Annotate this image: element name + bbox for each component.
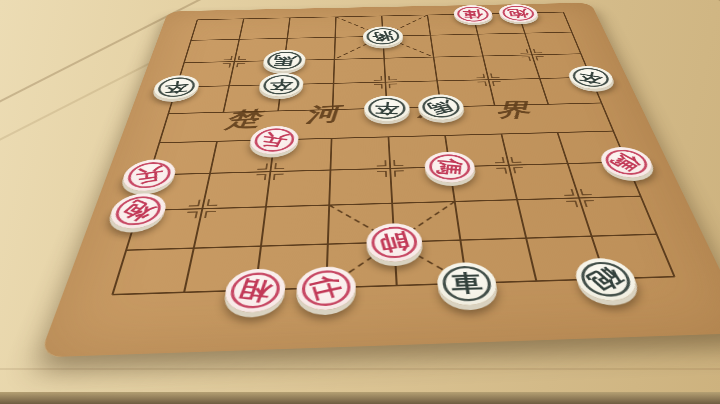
black-general-e1[interactable]: 將 <box>363 26 404 47</box>
black-soldier-a3[interactable]: 卒 <box>150 75 201 100</box>
piece-glyph: 卒 <box>164 80 190 94</box>
black-soldier-c3[interactable]: 卒 <box>258 73 305 98</box>
piece-glyph: 砲 <box>583 264 628 295</box>
wood-plank-seam <box>0 368 720 370</box>
red-horse-f6[interactable]: 傌 <box>423 151 477 183</box>
xiangqi-board: 楚 河 漢 界 俥炮將馬卒卒卒卒馬兵兵傌傌炮帥仕相車砲 <box>39 3 720 358</box>
black-soldier-e4[interactable]: 卒 <box>364 95 411 122</box>
piece-glyph: 帥 <box>377 230 412 254</box>
red-horse-i6[interactable]: 傌 <box>596 147 658 179</box>
table-edge <box>0 392 720 404</box>
red-chariot-g0[interactable]: 俥 <box>452 5 494 24</box>
piece-glyph: 仕 <box>307 274 345 303</box>
piece-glyph: 相 <box>236 277 275 303</box>
black-soldier-i3[interactable]: 卒 <box>565 66 617 90</box>
piece-glyph: 馬 <box>272 54 298 66</box>
red-soldier-c5[interactable]: 兵 <box>248 125 299 155</box>
piece-glyph: 卒 <box>578 70 604 85</box>
red-elephant-c9[interactable]: 相 <box>222 268 287 313</box>
wood-plank-seam <box>619 0 720 63</box>
piece-glyph: 炮 <box>507 8 530 18</box>
piece-glyph: 傌 <box>435 158 464 177</box>
red-cannon-a7[interactable]: 炮 <box>105 193 169 230</box>
piece-glyph: 傌 <box>607 151 645 174</box>
board-intersections[interactable]: 俥炮將馬卒卒卒卒馬兵兵傌傌炮帥仕相車砲 <box>68 2 720 320</box>
red-advisor-d9[interactable]: 仕 <box>295 266 356 311</box>
piece-glyph: 卒 <box>269 78 294 91</box>
piece-glyph: 將 <box>370 30 395 43</box>
piece-glyph: 兵 <box>135 165 163 185</box>
piece-glyph: 兵 <box>258 131 291 149</box>
red-general-e8[interactable]: 帥 <box>366 223 424 263</box>
black-horse-f4[interactable]: 馬 <box>417 94 466 121</box>
piece-glyph: 馬 <box>425 98 457 116</box>
red-cannon-h0[interactable]: 炮 <box>497 4 541 23</box>
black-horse-c2[interactable]: 馬 <box>262 49 307 72</box>
piece-glyph: 車 <box>450 272 485 296</box>
red-soldier-a6[interactable]: 兵 <box>118 159 179 192</box>
piece-glyph: 卒 <box>374 101 400 115</box>
black-chariot-f9[interactable]: 車 <box>435 262 500 307</box>
piece-glyph: 炮 <box>118 198 159 223</box>
black-cannon-h9[interactable]: 砲 <box>571 257 643 301</box>
piece-glyph: 俥 <box>462 9 485 19</box>
